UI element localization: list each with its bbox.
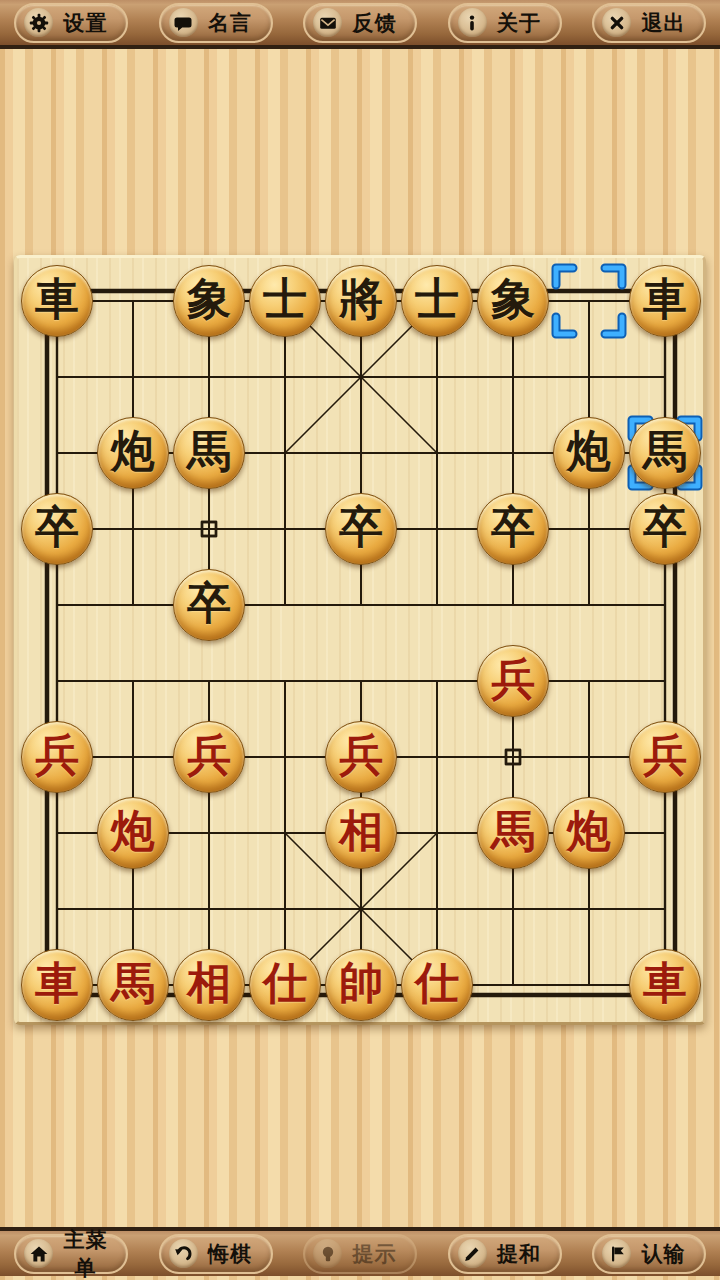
piece-glyph: 車 <box>35 278 79 322</box>
piece-red-soldier[interactable]: 兵 <box>477 645 549 717</box>
close-icon <box>602 8 631 37</box>
board-grid <box>17 258 703 1022</box>
piece-glyph: 將 <box>339 278 383 322</box>
piece-glyph: 卒 <box>339 506 383 550</box>
piece-glyph: 兵 <box>339 734 383 778</box>
envelope-icon <box>313 8 342 37</box>
piece-red-advisor[interactable]: 仕 <box>401 949 473 1021</box>
piece-glyph: 馬 <box>111 962 155 1006</box>
piece-red-soldier[interactable]: 兵 <box>21 721 93 793</box>
piece-black-soldier[interactable]: 卒 <box>629 493 701 565</box>
piece-black-general[interactable]: 將 <box>325 265 397 337</box>
speech-bubble-icon <box>169 8 198 37</box>
piece-red-soldier[interactable]: 兵 <box>173 721 245 793</box>
piece-black-horse[interactable]: 馬 <box>629 417 701 489</box>
piece-red-cannon[interactable]: 炮 <box>97 797 169 869</box>
piece-black-cannon[interactable]: 炮 <box>97 417 169 489</box>
hint-button: 提示 <box>303 1234 417 1274</box>
piece-red-elephant[interactable]: 相 <box>173 949 245 1021</box>
quotes-button[interactable]: 名言 <box>159 3 273 43</box>
main-menu-button[interactable]: 主菜单 <box>14 1234 128 1274</box>
piece-glyph: 帥 <box>339 962 383 1006</box>
gear-icon <box>24 8 53 37</box>
quotes-label: 名言 <box>198 9 263 37</box>
piece-glyph: 炮 <box>567 810 611 854</box>
exit-label: 退出 <box>631 9 696 37</box>
settings-label: 设置 <box>53 9 118 37</box>
about-button[interactable]: 关于 <box>448 3 562 43</box>
undo-icon <box>169 1239 198 1268</box>
piece-red-horse[interactable]: 馬 <box>477 797 549 869</box>
resign-label: 认输 <box>631 1240 696 1268</box>
piece-black-soldier[interactable]: 卒 <box>21 493 93 565</box>
piece-glyph: 卒 <box>35 506 79 550</box>
hint-bulb-icon <box>313 1239 342 1268</box>
piece-red-horse[interactable]: 馬 <box>97 949 169 1021</box>
offer-draw-button[interactable]: 提和 <box>448 1234 562 1274</box>
piece-glyph: 仕 <box>415 962 459 1006</box>
piece-glyph: 兵 <box>35 734 79 778</box>
piece-black-chariot[interactable]: 車 <box>21 265 93 337</box>
piece-glyph: 相 <box>187 962 231 1006</box>
hint-label: 提示 <box>342 1240 407 1268</box>
piece-glyph: 仕 <box>263 962 307 1006</box>
piece-red-chariot[interactable]: 車 <box>21 949 93 1021</box>
about-label: 关于 <box>487 9 552 37</box>
piece-black-elephant[interactable]: 象 <box>477 265 549 337</box>
top-toolbar: 设置 名言 反馈 关于 <box>0 0 720 49</box>
piece-glyph: 馬 <box>491 810 535 854</box>
piece-red-elephant[interactable]: 相 <box>325 797 397 869</box>
piece-black-horse[interactable]: 馬 <box>173 417 245 489</box>
piece-glyph: 馬 <box>187 430 231 474</box>
xiangqi-board[interactable]: 車象士將士象車炮馬炮馬卒卒卒卒卒兵兵兵兵兵炮相馬炮車馬相仕帥仕車 <box>14 255 706 1025</box>
piece-red-soldier[interactable]: 兵 <box>325 721 397 793</box>
piece-red-general[interactable]: 帥 <box>325 949 397 1021</box>
piece-black-advisor[interactable]: 士 <box>401 265 473 337</box>
feedback-button[interactable]: 反馈 <box>303 3 417 43</box>
piece-glyph: 士 <box>263 278 307 322</box>
piece-glyph: 兵 <box>491 658 535 702</box>
piece-glyph: 馬 <box>643 430 687 474</box>
piece-black-soldier[interactable]: 卒 <box>173 569 245 641</box>
piece-glyph: 卒 <box>643 506 687 550</box>
resign-button[interactable]: 认输 <box>592 1234 706 1274</box>
main-menu-label: 主菜单 <box>53 1226 118 1280</box>
info-icon <box>458 8 487 37</box>
piece-glyph: 車 <box>643 278 687 322</box>
piece-glyph: 象 <box>491 278 535 322</box>
feedback-label: 反馈 <box>342 9 407 37</box>
piece-black-advisor[interactable]: 士 <box>249 265 321 337</box>
piece-red-cannon[interactable]: 炮 <box>553 797 625 869</box>
undo-move-button[interactable]: 悔棋 <box>159 1234 273 1274</box>
piece-glyph: 炮 <box>111 430 155 474</box>
piece-black-chariot[interactable]: 車 <box>629 265 701 337</box>
piece-glyph: 象 <box>187 278 231 322</box>
offer-draw-label: 提和 <box>487 1240 552 1268</box>
piece-red-soldier[interactable]: 兵 <box>629 721 701 793</box>
piece-glyph: 車 <box>643 962 687 1006</box>
piece-red-advisor[interactable]: 仕 <box>249 949 321 1021</box>
piece-black-soldier[interactable]: 卒 <box>477 493 549 565</box>
piece-glyph: 卒 <box>187 582 231 626</box>
home-icon <box>24 1239 53 1268</box>
piece-glyph: 卒 <box>491 506 535 550</box>
piece-glyph: 炮 <box>567 430 611 474</box>
piece-glyph: 兵 <box>187 734 231 778</box>
undo-move-label: 悔棋 <box>198 1240 263 1268</box>
pencil-icon <box>458 1239 487 1268</box>
piece-black-cannon[interactable]: 炮 <box>553 417 625 489</box>
piece-glyph: 車 <box>35 962 79 1006</box>
flag-icon <box>602 1239 631 1268</box>
bottom-toolbar: 主菜单 悔棋 提示 提和 <box>0 1227 720 1276</box>
piece-glyph: 炮 <box>111 810 155 854</box>
settings-button[interactable]: 设置 <box>14 3 128 43</box>
piece-glyph: 相 <box>339 810 383 854</box>
piece-glyph: 兵 <box>643 734 687 778</box>
piece-glyph: 士 <box>415 278 459 322</box>
piece-red-chariot[interactable]: 車 <box>629 949 701 1021</box>
piece-black-elephant[interactable]: 象 <box>173 265 245 337</box>
exit-button[interactable]: 退出 <box>592 3 706 43</box>
piece-black-soldier[interactable]: 卒 <box>325 493 397 565</box>
